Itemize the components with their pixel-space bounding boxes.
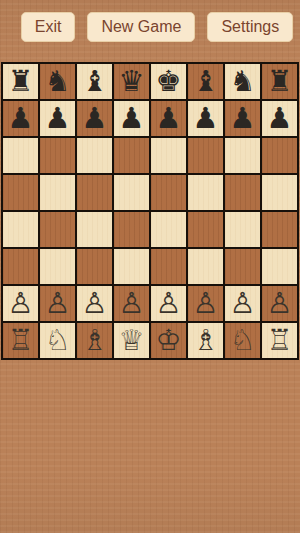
square-a7[interactable]: ♟ [3, 101, 38, 136]
square-e8[interactable]: ♚ [151, 64, 186, 99]
square-f6[interactable] [188, 138, 223, 173]
square-a1[interactable]: ♖ [3, 323, 38, 358]
white-pawn-piece: ♙ [119, 289, 145, 318]
square-h3[interactable] [262, 249, 297, 284]
white-pawn-piece: ♙ [267, 289, 293, 318]
black-pawn-piece: ♟ [119, 104, 145, 133]
black-king-piece: ♚ [156, 67, 182, 96]
white-bishop-piece: ♗ [193, 326, 219, 355]
square-b6[interactable] [40, 138, 75, 173]
toolbar: Exit New Game Settings [7, 12, 300, 42]
square-f8[interactable]: ♝ [188, 64, 223, 99]
black-pawn-piece: ♟ [156, 104, 182, 133]
square-g8[interactable]: ♞ [225, 64, 260, 99]
white-pawn-piece: ♙ [193, 289, 219, 318]
square-b1[interactable]: ♘ [40, 323, 75, 358]
black-pawn-piece: ♟ [45, 104, 71, 133]
square-f2[interactable]: ♙ [188, 286, 223, 321]
exit-button[interactable]: Exit [21, 12, 76, 42]
square-d5[interactable] [114, 175, 149, 210]
square-c5[interactable] [77, 175, 112, 210]
white-queen-piece: ♕ [119, 326, 145, 355]
black-rook-piece: ♜ [8, 67, 34, 96]
square-g4[interactable] [225, 212, 260, 247]
square-c6[interactable] [77, 138, 112, 173]
square-a8[interactable]: ♜ [3, 64, 38, 99]
square-h8[interactable]: ♜ [262, 64, 297, 99]
white-rook-piece: ♖ [267, 326, 293, 355]
settings-button[interactable]: Settings [207, 12, 293, 42]
square-c2[interactable]: ♙ [77, 286, 112, 321]
square-d4[interactable] [114, 212, 149, 247]
square-d3[interactable] [114, 249, 149, 284]
square-d1[interactable]: ♕ [114, 323, 149, 358]
square-g1[interactable]: ♘ [225, 323, 260, 358]
square-h4[interactable] [262, 212, 297, 247]
square-f5[interactable] [188, 175, 223, 210]
black-pawn-piece: ♟ [267, 104, 293, 133]
square-e4[interactable] [151, 212, 186, 247]
square-e6[interactable] [151, 138, 186, 173]
square-e3[interactable] [151, 249, 186, 284]
square-c3[interactable] [77, 249, 112, 284]
white-pawn-piece: ♙ [82, 289, 108, 318]
square-h5[interactable] [262, 175, 297, 210]
black-pawn-piece: ♟ [82, 104, 108, 133]
square-d6[interactable] [114, 138, 149, 173]
white-pawn-piece: ♙ [45, 289, 71, 318]
black-knight-piece: ♞ [230, 67, 256, 96]
square-a4[interactable] [3, 212, 38, 247]
square-b7[interactable]: ♟ [40, 101, 75, 136]
square-a3[interactable] [3, 249, 38, 284]
square-h1[interactable]: ♖ [262, 323, 297, 358]
square-e2[interactable]: ♙ [151, 286, 186, 321]
square-f1[interactable]: ♗ [188, 323, 223, 358]
chess-board: ♜♞♝♛♚♝♞♜♟♟♟♟♟♟♟♟♙♙♙♙♙♙♙♙♖♘♗♕♔♗♘♖ [1, 62, 299, 360]
square-g3[interactable] [225, 249, 260, 284]
black-pawn-piece: ♟ [193, 104, 219, 133]
chess-app-screen: Exit New Game Settings ♜♞♝♛♚♝♞♜♟♟♟♟♟♟♟♟♙… [0, 0, 300, 533]
square-c8[interactable]: ♝ [77, 64, 112, 99]
square-c7[interactable]: ♟ [77, 101, 112, 136]
square-b5[interactable] [40, 175, 75, 210]
square-e7[interactable]: ♟ [151, 101, 186, 136]
square-f3[interactable] [188, 249, 223, 284]
black-bishop-piece: ♝ [82, 67, 108, 96]
square-e5[interactable] [151, 175, 186, 210]
white-king-piece: ♔ [156, 326, 182, 355]
black-pawn-piece: ♟ [230, 104, 256, 133]
square-b8[interactable]: ♞ [40, 64, 75, 99]
square-d2[interactable]: ♙ [114, 286, 149, 321]
square-g6[interactable] [225, 138, 260, 173]
new-game-button[interactable]: New Game [87, 12, 195, 42]
white-bishop-piece: ♗ [82, 326, 108, 355]
square-c4[interactable] [77, 212, 112, 247]
black-pawn-piece: ♟ [8, 104, 34, 133]
square-h7[interactable]: ♟ [262, 101, 297, 136]
square-b2[interactable]: ♙ [40, 286, 75, 321]
black-rook-piece: ♜ [267, 67, 293, 96]
square-h6[interactable] [262, 138, 297, 173]
white-rook-piece: ♖ [8, 326, 34, 355]
square-a6[interactable] [3, 138, 38, 173]
square-d7[interactable]: ♟ [114, 101, 149, 136]
square-f7[interactable]: ♟ [188, 101, 223, 136]
square-a2[interactable]: ♙ [3, 286, 38, 321]
square-d8[interactable]: ♛ [114, 64, 149, 99]
square-f4[interactable] [188, 212, 223, 247]
black-queen-piece: ♛ [119, 67, 145, 96]
square-h2[interactable]: ♙ [262, 286, 297, 321]
square-a5[interactable] [3, 175, 38, 210]
square-b4[interactable] [40, 212, 75, 247]
white-knight-piece: ♘ [230, 326, 256, 355]
square-g5[interactable] [225, 175, 260, 210]
white-pawn-piece: ♙ [8, 289, 34, 318]
white-pawn-piece: ♙ [156, 289, 182, 318]
square-b3[interactable] [40, 249, 75, 284]
black-knight-piece: ♞ [45, 67, 71, 96]
white-knight-piece: ♘ [45, 326, 71, 355]
white-pawn-piece: ♙ [230, 289, 256, 318]
square-g2[interactable]: ♙ [225, 286, 260, 321]
square-e1[interactable]: ♔ [151, 323, 186, 358]
black-bishop-piece: ♝ [193, 67, 219, 96]
square-g7[interactable]: ♟ [225, 101, 260, 136]
square-c1[interactable]: ♗ [77, 323, 112, 358]
